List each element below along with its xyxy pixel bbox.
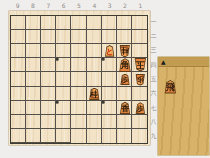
rank-label-二: 二: [149, 29, 158, 43]
file-labels: 987654321: [10, 1, 148, 10]
rank-label-八: 八: [149, 115, 158, 129]
piece-pawn-2五[interactable]: 歩: [120, 74, 130, 86]
piece-king-1四[interactable]: 玉: [134, 58, 147, 72]
piece-knight-4六[interactable]: 桂: [89, 88, 100, 101]
piece-kanji: と: [104, 45, 114, 57]
piece-kanji: 桂: [119, 45, 130, 58]
piece-pawn-1七[interactable]: 歩: [135, 102, 145, 114]
file-label-2: 2: [117, 1, 132, 10]
piece-pawn-1五[interactable]: 歩: [135, 74, 145, 86]
piece-kanji: 歩: [120, 74, 130, 86]
piece-tokin-3三[interactable]: と: [104, 45, 114, 57]
file-label-1: 1: [133, 1, 148, 10]
rank-label-四: 四: [149, 58, 158, 72]
rank-label-三: 三: [149, 44, 158, 58]
rank-label-一: 一: [149, 15, 158, 29]
file-label-7: 7: [41, 1, 56, 10]
file-label-6: 6: [56, 1, 71, 10]
piece-kanji: 飛: [164, 80, 177, 94]
hand-tray-body: 飛: [158, 67, 209, 155]
rank-label-六: 六: [149, 87, 158, 101]
piece-kanji: 桂: [89, 88, 100, 101]
file-label-4: 4: [87, 1, 102, 10]
hand-tray-header: ▲: [158, 57, 209, 67]
piece-kanji: 角: [119, 58, 132, 72]
piece-kanji: 玉: [134, 58, 147, 72]
file-label-5: 5: [71, 1, 86, 10]
rank-labels: 一二三四五六七八九: [149, 15, 158, 144]
piece-kanji: 歩: [135, 74, 145, 86]
piece-kanji: 香: [119, 102, 130, 115]
sente-marker: ▲: [161, 58, 166, 66]
piece-kanji: 歩: [135, 102, 145, 114]
file-label-3: 3: [102, 1, 117, 10]
piece-bishop-2四[interactable]: 角: [119, 58, 132, 72]
rank-label-七: 七: [149, 101, 158, 115]
shogi-board: と桂角玉歩歩桂香歩: [9, 11, 150, 145]
piece-lance-2七[interactable]: 香: [119, 102, 130, 115]
rank-label-九: 九: [149, 130, 158, 144]
board-pieces: と桂角玉歩歩桂香歩: [10, 15, 148, 144]
file-label-8: 8: [25, 1, 40, 10]
shogi-app: 987654321 と桂角玉歩歩桂香歩 一二三四五六七八九 ▲ 飛: [0, 0, 210, 158]
piece-knight-2三[interactable]: 桂: [119, 45, 130, 58]
file-label-9: 9: [10, 1, 25, 10]
piece-rook-hand[interactable]: 飛: [164, 80, 177, 94]
rank-label-五: 五: [149, 72, 158, 86]
sente-hand-tray: ▲ 飛: [158, 57, 209, 155]
